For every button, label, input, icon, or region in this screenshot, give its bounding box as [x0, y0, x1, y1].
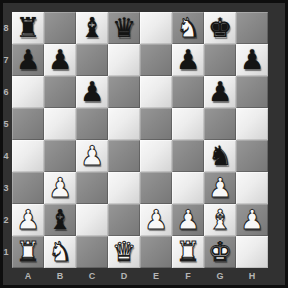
- white-pawn[interactable]: ♟: [144, 204, 168, 236]
- square-e4[interactable]: [140, 140, 172, 172]
- square-e3[interactable]: [140, 172, 172, 204]
- square-b1[interactable]: ♞: [44, 236, 76, 268]
- square-g6[interactable]: ♟: [204, 76, 236, 108]
- square-f8[interactable]: ♞: [172, 12, 204, 44]
- square-g8[interactable]: ♚: [204, 12, 236, 44]
- square-d5[interactable]: [108, 108, 140, 140]
- square-h1[interactable]: [236, 236, 268, 268]
- black-bishop[interactable]: ♝: [80, 12, 104, 44]
- rank-label-2: 2: [0, 204, 12, 236]
- square-d3[interactable]: [108, 172, 140, 204]
- file-label-e: E: [140, 269, 172, 283]
- rank-label-1: 1: [0, 236, 12, 268]
- square-d8[interactable]: ♛: [108, 12, 140, 44]
- file-label-b: B: [44, 269, 76, 283]
- black-pawn[interactable]: ♟: [240, 44, 264, 76]
- chess-board-frame: 87654321 ♜♝♛♞♚♟♟♟♟♟♟♟♞♟♟♟♝♟♟♝♟♜♞♛♜♚ ABCD…: [0, 0, 288, 288]
- square-f1[interactable]: ♜: [172, 236, 204, 268]
- white-knight[interactable]: ♞: [48, 236, 72, 268]
- white-pawn[interactable]: ♟: [48, 172, 72, 204]
- white-king[interactable]: ♚: [208, 236, 232, 268]
- white-pawn[interactable]: ♟: [80, 140, 104, 172]
- file-label-g: G: [204, 269, 236, 283]
- file-label-f: F: [172, 269, 204, 283]
- black-rook[interactable]: ♜: [16, 12, 40, 44]
- square-e1[interactable]: [140, 236, 172, 268]
- file-label-a: A: [12, 269, 44, 283]
- square-f5[interactable]: [172, 108, 204, 140]
- square-a5[interactable]: [12, 108, 44, 140]
- square-h6[interactable]: [236, 76, 268, 108]
- square-d4[interactable]: [108, 140, 140, 172]
- black-knight[interactable]: ♞: [208, 140, 232, 172]
- square-f7[interactable]: ♟: [172, 44, 204, 76]
- square-c3[interactable]: [76, 172, 108, 204]
- square-c6[interactable]: ♟: [76, 76, 108, 108]
- square-g3[interactable]: ♟: [204, 172, 236, 204]
- square-d2[interactable]: [108, 204, 140, 236]
- square-h7[interactable]: ♟: [236, 44, 268, 76]
- square-e8[interactable]: [140, 12, 172, 44]
- rank-label-8: 8: [0, 12, 12, 44]
- square-b3[interactable]: ♟: [44, 172, 76, 204]
- white-bishop[interactable]: ♝: [208, 204, 232, 236]
- square-a1[interactable]: ♜: [12, 236, 44, 268]
- rank-label-3: 3: [0, 172, 12, 204]
- white-rook[interactable]: ♜: [176, 236, 200, 268]
- black-king[interactable]: ♚: [208, 12, 232, 44]
- square-a7[interactable]: ♟: [12, 44, 44, 76]
- square-c7[interactable]: [76, 44, 108, 76]
- square-f6[interactable]: [172, 76, 204, 108]
- square-d6[interactable]: [108, 76, 140, 108]
- square-e5[interactable]: [140, 108, 172, 140]
- square-b4[interactable]: [44, 140, 76, 172]
- square-d1[interactable]: ♛: [108, 236, 140, 268]
- black-bishop[interactable]: ♝: [48, 204, 72, 236]
- rank-label-4: 4: [0, 140, 12, 172]
- black-queen[interactable]: ♛: [112, 12, 136, 44]
- white-pawn[interactable]: ♟: [240, 204, 264, 236]
- square-c8[interactable]: ♝: [76, 12, 108, 44]
- square-b6[interactable]: [44, 76, 76, 108]
- black-pawn[interactable]: ♟: [16, 44, 40, 76]
- file-label-d: D: [108, 269, 140, 283]
- rank-label-7: 7: [0, 44, 12, 76]
- square-a4[interactable]: [12, 140, 44, 172]
- square-e7[interactable]: [140, 44, 172, 76]
- square-g7[interactable]: [204, 44, 236, 76]
- square-h3[interactable]: [236, 172, 268, 204]
- file-labels: ABCDEFGH: [12, 268, 268, 288]
- black-pawn[interactable]: ♟: [48, 44, 72, 76]
- white-rook[interactable]: ♜: [16, 236, 40, 268]
- square-e6[interactable]: [140, 76, 172, 108]
- rank-label-5: 5: [0, 108, 12, 140]
- white-pawn[interactable]: ♟: [208, 172, 232, 204]
- square-b8[interactable]: [44, 12, 76, 44]
- square-d7[interactable]: [108, 44, 140, 76]
- black-pawn[interactable]: ♟: [208, 76, 232, 108]
- square-c2[interactable]: [76, 204, 108, 236]
- square-c4[interactable]: ♟: [76, 140, 108, 172]
- square-f4[interactable]: [172, 140, 204, 172]
- white-queen[interactable]: ♛: [112, 236, 136, 268]
- square-h4[interactable]: [236, 140, 268, 172]
- white-pawn[interactable]: ♟: [16, 204, 40, 236]
- square-c5[interactable]: [76, 108, 108, 140]
- square-a2[interactable]: ♟: [12, 204, 44, 236]
- rank-label-6: 6: [0, 76, 12, 108]
- black-pawn[interactable]: ♟: [176, 44, 200, 76]
- square-c1[interactable]: [76, 236, 108, 268]
- chess-board: ♜♝♛♞♚♟♟♟♟♟♟♟♞♟♟♟♝♟♟♝♟♜♞♛♜♚: [12, 12, 268, 268]
- square-f3[interactable]: [172, 172, 204, 204]
- square-a6[interactable]: [12, 76, 44, 108]
- square-a3[interactable]: [12, 172, 44, 204]
- square-b7[interactable]: ♟: [44, 44, 76, 76]
- square-b2[interactable]: ♝: [44, 204, 76, 236]
- file-label-c: C: [76, 269, 108, 283]
- square-g1[interactable]: ♚: [204, 236, 236, 268]
- black-pawn[interactable]: ♟: [80, 76, 104, 108]
- square-b5[interactable]: [44, 108, 76, 140]
- square-g2[interactable]: ♝: [204, 204, 236, 236]
- square-g4[interactable]: ♞: [204, 140, 236, 172]
- square-h5[interactable]: [236, 108, 268, 140]
- square-h2[interactable]: ♟: [236, 204, 268, 236]
- square-h8[interactable]: [236, 12, 268, 44]
- square-a8[interactable]: ♜: [12, 12, 44, 44]
- file-label-h: H: [236, 269, 268, 283]
- white-knight[interactable]: ♞: [176, 12, 200, 44]
- square-e2[interactable]: ♟: [140, 204, 172, 236]
- rank-labels: 87654321: [0, 12, 12, 268]
- square-f2[interactable]: ♟: [172, 204, 204, 236]
- square-g5[interactable]: [204, 108, 236, 140]
- white-pawn[interactable]: ♟: [176, 204, 200, 236]
